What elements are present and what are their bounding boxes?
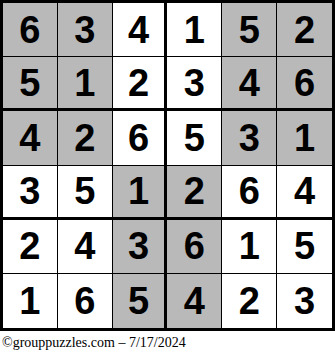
sudoku-cell-r6c6: 3: [277, 274, 332, 328]
sudoku-cell-r1c4: 1: [167, 3, 222, 57]
sudoku-cell-r5c4: 6: [167, 220, 222, 274]
sudoku-cell-r2c1: 5: [3, 57, 58, 111]
sudoku-cell-r1c2: 3: [58, 3, 113, 57]
sudoku-cell-r1c3: 4: [113, 3, 168, 57]
sudoku-cell-r5c2: 4: [58, 220, 113, 274]
sudoku-cell-r4c4: 2: [167, 166, 222, 220]
sudoku-cell-r6c2: 6: [58, 274, 113, 328]
sudoku-cell-r3c5: 3: [222, 111, 277, 165]
attribution: ©grouppuzzles.com – 7/17/2024: [2, 335, 186, 351]
sudoku-cell-r5c3: 3: [113, 220, 168, 274]
sudoku-cell-r3c6: 1: [277, 111, 332, 165]
sudoku-cell-r3c2: 2: [58, 111, 113, 165]
sudoku-cell-r4c1: 3: [3, 166, 58, 220]
sudoku-cell-r2c5: 4: [222, 57, 277, 111]
sudoku-cell-r1c5: 5: [222, 3, 277, 57]
sudoku-cell-r2c4: 3: [167, 57, 222, 111]
sudoku-cell-r6c3: 5: [113, 274, 168, 328]
puzzle-page: 634152512346426531351264243615165423 ©gr…: [0, 0, 335, 357]
sudoku-cell-r2c6: 6: [277, 57, 332, 111]
sudoku-cell-r3c1: 4: [3, 111, 58, 165]
sudoku-cell-r4c2: 5: [58, 166, 113, 220]
sudoku-cell-r3c3: 6: [113, 111, 168, 165]
sudoku-cell-r1c6: 2: [277, 3, 332, 57]
sudoku-cell-r6c1: 1: [3, 274, 58, 328]
sudoku-cell-r2c2: 1: [58, 57, 113, 111]
sudoku-cell-r4c6: 4: [277, 166, 332, 220]
sudoku-cell-r5c5: 1: [222, 220, 277, 274]
sudoku-cell-r5c1: 2: [3, 220, 58, 274]
sudoku-cell-r3c4: 5: [167, 111, 222, 165]
sudoku-cell-r2c3: 2: [113, 57, 168, 111]
sudoku-cell-r5c6: 5: [277, 220, 332, 274]
sudoku-cell-r1c1: 6: [3, 3, 58, 57]
sudoku-cell-r6c4: 4: [167, 274, 222, 328]
sudoku-cell-r4c3: 1: [113, 166, 168, 220]
sudoku-cell-r6c5: 2: [222, 274, 277, 328]
sudoku-board: 634152512346426531351264243615165423: [0, 0, 335, 331]
sudoku-cell-r4c5: 6: [222, 166, 277, 220]
